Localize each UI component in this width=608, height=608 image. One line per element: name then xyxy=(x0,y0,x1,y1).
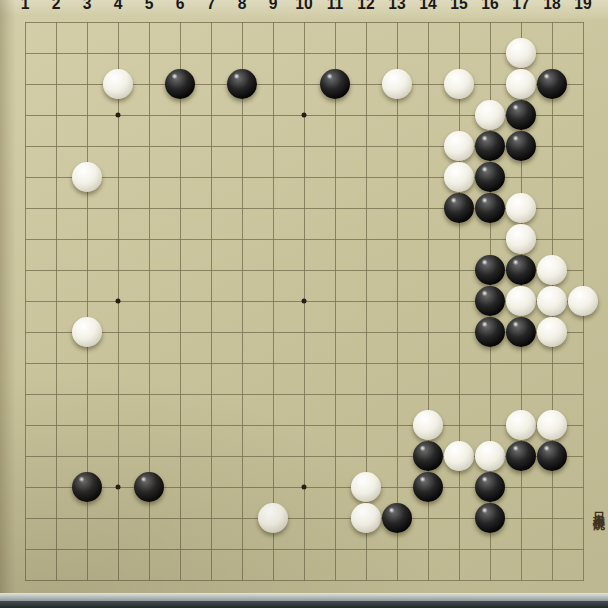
white-stone-col13-row3[interactable] xyxy=(382,69,412,99)
nihon-kiin-branding: 日本棋院 xyxy=(592,502,605,510)
go-board[interactable] xyxy=(0,0,608,608)
black-stone-col14-row16[interactable] xyxy=(413,472,443,502)
grid-line-horizontal-19 xyxy=(25,580,584,581)
white-stone-col3-row11[interactable] xyxy=(72,317,102,347)
grid-line-vertical-13 xyxy=(397,22,398,581)
white-stone-col17-row7[interactable] xyxy=(506,193,536,223)
white-stone-col15-row15[interactable] xyxy=(444,441,474,471)
white-stone-col15-row6[interactable] xyxy=(444,162,474,192)
grid-line-horizontal-12 xyxy=(25,363,584,364)
black-stone-col17-row9[interactable] xyxy=(506,255,536,285)
grid-line-horizontal-14 xyxy=(25,425,584,426)
white-stone-col15-row5[interactable] xyxy=(444,131,474,161)
white-stone-col4-row3[interactable] xyxy=(103,69,133,99)
white-stone-col17-row2[interactable] xyxy=(506,38,536,68)
black-stone-col16-row9[interactable] xyxy=(475,255,505,285)
white-stone-col15-row3[interactable] xyxy=(444,69,474,99)
white-stone-col18-row9[interactable] xyxy=(537,255,567,285)
white-stone-col17-row10[interactable] xyxy=(506,286,536,316)
black-stone-col17-row4[interactable] xyxy=(506,100,536,130)
black-stone-col17-row15[interactable] xyxy=(506,441,536,471)
black-stone-col17-row5[interactable] xyxy=(506,131,536,161)
black-stone-col16-row6[interactable] xyxy=(475,162,505,192)
white-stone-col18-row10[interactable] xyxy=(537,286,567,316)
black-stone-col17-row11[interactable] xyxy=(506,317,536,347)
black-stone-col14-row15[interactable] xyxy=(413,441,443,471)
black-stone-col16-row10[interactable] xyxy=(475,286,505,316)
grid-line-horizontal-18 xyxy=(25,549,584,550)
black-stone-col15-row7[interactable] xyxy=(444,193,474,223)
black-stone-col6-row3[interactable] xyxy=(165,69,195,99)
star-point-10-10 xyxy=(302,299,307,304)
star-point-4-4 xyxy=(116,113,121,118)
white-stone-col17-row3[interactable] xyxy=(506,69,536,99)
star-point-4-16 xyxy=(116,485,121,490)
white-stone-col17-row14[interactable] xyxy=(506,410,536,440)
grid-line-vertical-11 xyxy=(335,22,336,581)
black-stone-col18-row3[interactable] xyxy=(537,69,567,99)
white-stone-col3-row6[interactable] xyxy=(72,162,102,192)
black-stone-col18-row15[interactable] xyxy=(537,441,567,471)
white-stone-col9-row17[interactable] xyxy=(258,503,288,533)
white-stone-col12-row17[interactable] xyxy=(351,503,381,533)
go-board-photo: 12345678910111213141516171819 日本棋院 xyxy=(0,0,608,608)
white-stone-col18-row14[interactable] xyxy=(537,410,567,440)
white-stone-col19-row10[interactable] xyxy=(568,286,598,316)
black-stone-col3-row16[interactable] xyxy=(72,472,102,502)
black-stone-col16-row16[interactable] xyxy=(475,472,505,502)
white-stone-col17-row8[interactable] xyxy=(506,224,536,254)
black-stone-col5-row16[interactable] xyxy=(134,472,164,502)
black-stone-col16-row17[interactable] xyxy=(475,503,505,533)
black-stone-col8-row3[interactable] xyxy=(227,69,257,99)
black-stone-col11-row3[interactable] xyxy=(320,69,350,99)
white-stone-col18-row11[interactable] xyxy=(537,317,567,347)
black-stone-col16-row11[interactable] xyxy=(475,317,505,347)
table-edge xyxy=(0,601,608,608)
white-stone-col16-row15[interactable] xyxy=(475,441,505,471)
table-edge-highlight xyxy=(0,593,608,601)
black-stone-col13-row17[interactable] xyxy=(382,503,412,533)
black-stone-col16-row7[interactable] xyxy=(475,193,505,223)
grid-line-horizontal-13 xyxy=(25,394,584,395)
star-point-10-4 xyxy=(302,113,307,118)
grid-line-vertical-15 xyxy=(459,22,460,581)
white-stone-col12-row16[interactable] xyxy=(351,472,381,502)
black-stone-col16-row5[interactable] xyxy=(475,131,505,161)
star-point-4-10 xyxy=(116,299,121,304)
white-stone-col16-row4[interactable] xyxy=(475,100,505,130)
white-stone-col14-row14[interactable] xyxy=(413,410,443,440)
star-point-10-16 xyxy=(302,485,307,490)
